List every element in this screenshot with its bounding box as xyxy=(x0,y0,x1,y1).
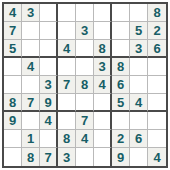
cell-r1c5[interactable] xyxy=(76,4,94,22)
cell-r2c1[interactable]: 7 xyxy=(4,22,22,40)
cell-r6c3[interactable]: 9 xyxy=(40,94,58,112)
cell-r4c5[interactable] xyxy=(76,58,94,76)
cell-r4c3[interactable] xyxy=(40,58,58,76)
cell-r5c1[interactable] xyxy=(4,76,22,94)
cell-r1c9[interactable]: 8 xyxy=(148,4,166,22)
cell-r8c9[interactable] xyxy=(148,130,166,148)
cell-r7c9[interactable] xyxy=(148,112,166,130)
cell-r5c2[interactable] xyxy=(22,76,40,94)
cell-r2c9[interactable]: 2 xyxy=(148,22,166,40)
cell-r7c6[interactable] xyxy=(94,112,112,130)
cell-r3c5[interactable] xyxy=(76,40,94,58)
cell-r7c5[interactable]: 7 xyxy=(76,112,94,130)
cell-r7c8[interactable] xyxy=(130,112,148,130)
cell-r7c4[interactable] xyxy=(58,112,76,130)
cell-r2c6[interactable] xyxy=(94,22,112,40)
cell-r3c8[interactable]: 3 xyxy=(130,40,148,58)
cell-r6c6[interactable] xyxy=(94,94,112,112)
cell-r4c4[interactable] xyxy=(58,58,76,76)
cell-r4c1[interactable] xyxy=(4,58,22,76)
cell-r9c5[interactable] xyxy=(76,148,94,166)
cell-r1c3[interactable] xyxy=(40,4,58,22)
cell-r5c5[interactable]: 8 xyxy=(76,76,94,94)
cell-r6c4[interactable] xyxy=(58,94,76,112)
sudoku-page: 43873525483643837846879549471842687394 xyxy=(0,0,170,170)
cell-r9c7[interactable]: 9 xyxy=(112,148,130,166)
cell-r8c6[interactable] xyxy=(94,130,112,148)
sudoku-board: 43873525483643837846879549471842687394 xyxy=(2,2,168,168)
cell-r5c9[interactable] xyxy=(148,76,166,94)
cell-r1c6[interactable] xyxy=(94,4,112,22)
cell-r6c8[interactable]: 4 xyxy=(130,94,148,112)
cell-r5c6[interactable]: 4 xyxy=(94,76,112,94)
cell-r1c8[interactable] xyxy=(130,4,148,22)
cell-r3c7[interactable] xyxy=(112,40,130,58)
cell-r4c6[interactable]: 3 xyxy=(94,58,112,76)
cell-r4c2[interactable]: 4 xyxy=(22,58,40,76)
cell-r2c7[interactable] xyxy=(112,22,130,40)
cell-r1c7[interactable] xyxy=(112,4,130,22)
cell-r7c7[interactable] xyxy=(112,112,130,130)
cell-r5c3[interactable]: 3 xyxy=(40,76,58,94)
cell-r1c2[interactable]: 3 xyxy=(22,4,40,22)
cell-r3c6[interactable]: 8 xyxy=(94,40,112,58)
cell-r5c7[interactable]: 6 xyxy=(112,76,130,94)
cell-r5c8[interactable] xyxy=(130,76,148,94)
cell-r6c9[interactable] xyxy=(148,94,166,112)
cell-r2c8[interactable]: 5 xyxy=(130,22,148,40)
cell-r8c1[interactable] xyxy=(4,130,22,148)
cell-r2c3[interactable] xyxy=(40,22,58,40)
cell-r9c1[interactable] xyxy=(4,148,22,166)
cell-r4c9[interactable] xyxy=(148,58,166,76)
cell-r8c4[interactable]: 8 xyxy=(58,130,76,148)
cell-r3c2[interactable] xyxy=(22,40,40,58)
cell-r8c8[interactable]: 6 xyxy=(130,130,148,148)
cell-r6c5[interactable] xyxy=(76,94,94,112)
cell-r2c2[interactable] xyxy=(22,22,40,40)
cell-r8c3[interactable] xyxy=(40,130,58,148)
cell-r5c4[interactable]: 7 xyxy=(58,76,76,94)
cell-r7c1[interactable]: 9 xyxy=(4,112,22,130)
cell-r7c3[interactable]: 4 xyxy=(40,112,58,130)
cell-r3c1[interactable]: 5 xyxy=(4,40,22,58)
cell-r8c7[interactable]: 2 xyxy=(112,130,130,148)
cell-r9c8[interactable] xyxy=(130,148,148,166)
cell-r4c7[interactable]: 8 xyxy=(112,58,130,76)
cell-r2c5[interactable]: 3 xyxy=(76,22,94,40)
cell-r3c3[interactable] xyxy=(40,40,58,58)
cell-r3c9[interactable]: 6 xyxy=(148,40,166,58)
cell-r7c2[interactable] xyxy=(22,112,40,130)
cell-r3c4[interactable]: 4 xyxy=(58,40,76,58)
cell-r8c5[interactable]: 4 xyxy=(76,130,94,148)
cell-r6c1[interactable]: 8 xyxy=(4,94,22,112)
cell-r1c4[interactable] xyxy=(58,4,76,22)
cell-r6c7[interactable]: 5 xyxy=(112,94,130,112)
cell-r6c2[interactable]: 7 xyxy=(22,94,40,112)
cell-r9c2[interactable]: 8 xyxy=(22,148,40,166)
cell-r9c4[interactable]: 3 xyxy=(58,148,76,166)
cell-r9c3[interactable]: 7 xyxy=(40,148,58,166)
cell-r4c8[interactable] xyxy=(130,58,148,76)
cell-r9c6[interactable] xyxy=(94,148,112,166)
cell-r9c9[interactable]: 4 xyxy=(148,148,166,166)
cell-r8c2[interactable]: 1 xyxy=(22,130,40,148)
cell-r2c4[interactable] xyxy=(58,22,76,40)
cell-r1c1[interactable]: 4 xyxy=(4,4,22,22)
